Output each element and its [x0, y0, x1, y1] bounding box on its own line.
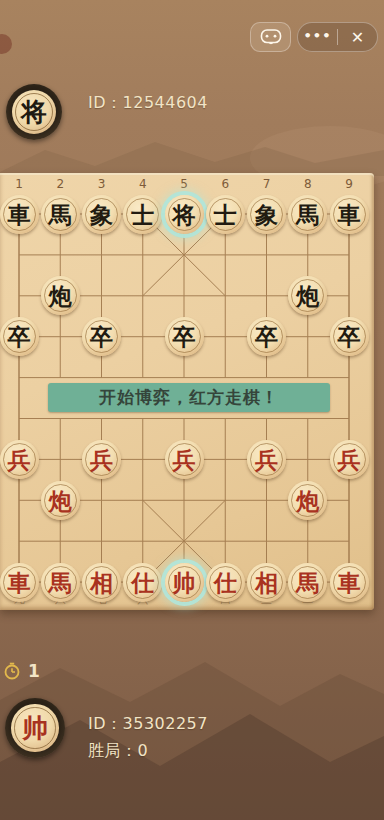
- piece-character: 卒: [90, 325, 113, 348]
- red-player-wins: 胜局：0: [88, 741, 148, 762]
- gamepad-icon: [260, 28, 282, 46]
- piece-black-5-0[interactable]: 将: [165, 195, 204, 234]
- piece-black-1-0[interactable]: 車: [0, 195, 39, 234]
- piece-character: 帅: [173, 571, 196, 594]
- piece-character: 馬: [296, 203, 319, 226]
- piece-character: 車: [8, 571, 31, 594]
- piece-red-4-9[interactable]: 仕: [123, 563, 162, 602]
- close-icon: ✕: [351, 28, 364, 47]
- more-button[interactable]: •••: [298, 21, 337, 53]
- piece-red-9-6[interactable]: 兵: [330, 440, 369, 479]
- clock-icon: [3, 662, 21, 680]
- app-screen: ••• ✕ 将 ID：12544604: [0, 0, 384, 820]
- piece-red-6-9[interactable]: 仕: [206, 563, 245, 602]
- piece-red-1-6[interactable]: 兵: [0, 440, 39, 479]
- piece-black-1-3[interactable]: 卒: [0, 317, 39, 356]
- xiangqi-board[interactable]: 123456789 九八七六五四三二一 車馬象士将士象馬車炮炮卒卒卒卒卒兵兵兵兵…: [0, 173, 374, 610]
- piece-red-5-6[interactable]: 兵: [165, 440, 204, 479]
- file-number-top: 1: [15, 177, 23, 191]
- piece-character: 炮: [296, 284, 319, 307]
- piece-character: 仕: [131, 571, 154, 594]
- piece-character: 卒: [255, 325, 278, 348]
- piece-red-1-9[interactable]: 車: [0, 563, 39, 602]
- piece-red-7-6[interactable]: 兵: [247, 440, 286, 479]
- piece-red-2-7[interactable]: 炮: [41, 481, 80, 520]
- file-number-top: 6: [221, 177, 229, 191]
- file-number-top: 8: [304, 177, 312, 191]
- piece-character: 相: [90, 571, 113, 594]
- piece-character: 炮: [296, 489, 319, 512]
- piece-red-7-9[interactable]: 相: [247, 563, 286, 602]
- piece-character: 車: [8, 203, 31, 226]
- piece-red-8-9[interactable]: 馬: [288, 563, 327, 602]
- piece-character: 相: [255, 571, 278, 594]
- file-number-top: 9: [345, 177, 353, 191]
- piece-black-9-3[interactable]: 卒: [330, 317, 369, 356]
- more-icon: •••: [304, 28, 332, 43]
- piece-character: 馬: [296, 571, 319, 594]
- game-start-banner: 开始博弈，红方走棋！: [48, 383, 330, 412]
- piece-character: 炮: [49, 489, 72, 512]
- piece-black-4-0[interactable]: 士: [123, 195, 162, 234]
- piece-black-3-3[interactable]: 卒: [82, 317, 121, 356]
- banner-text: 开始博弈，红方走棋！: [99, 386, 279, 409]
- file-number-top: 5: [180, 177, 188, 191]
- file-number-top: 2: [56, 177, 64, 191]
- piece-black-9-0[interactable]: 車: [330, 195, 369, 234]
- red-player-avatar: 帅: [5, 698, 65, 758]
- piece-character: 卒: [173, 325, 196, 348]
- piece-character: 兵: [338, 448, 361, 471]
- piece-black-2-0[interactable]: 馬: [41, 195, 80, 234]
- piece-character: 兵: [90, 448, 113, 471]
- piece-black-8-0[interactable]: 馬: [288, 195, 327, 234]
- game-center-button[interactable]: [250, 22, 291, 52]
- piece-character: 兵: [255, 448, 278, 471]
- piece-black-7-3[interactable]: 卒: [247, 317, 286, 356]
- piece-character: 将: [173, 203, 196, 226]
- piece-black-2-2[interactable]: 炮: [41, 276, 80, 315]
- piece-character: 仕: [214, 571, 237, 594]
- file-number-top: 4: [139, 177, 147, 191]
- black-player-avatar: 将: [6, 84, 62, 140]
- piece-character: 兵: [173, 448, 196, 471]
- black-avatar-piece: 将: [12, 90, 56, 134]
- close-button[interactable]: ✕: [338, 23, 377, 51]
- piece-character: 馬: [49, 571, 72, 594]
- piece-character: 卒: [338, 325, 361, 348]
- red-avatar-character: 帅: [22, 715, 48, 741]
- piece-red-3-9[interactable]: 相: [82, 563, 121, 602]
- piece-red-8-7[interactable]: 炮: [288, 481, 327, 520]
- piece-character: 車: [338, 571, 361, 594]
- piece-red-5-9[interactable]: 帅: [165, 563, 204, 602]
- red-player-id: ID：35302257: [88, 714, 208, 735]
- piece-character: 卒: [8, 325, 31, 348]
- black-player-id: ID：12544604: [88, 93, 208, 114]
- piece-character: 車: [338, 203, 361, 226]
- red-avatar-piece: 帅: [11, 704, 58, 751]
- file-number-top: 3: [98, 177, 106, 191]
- piece-red-9-9[interactable]: 車: [330, 563, 369, 602]
- piece-black-5-3[interactable]: 卒: [165, 317, 204, 356]
- piece-character: 象: [255, 203, 278, 226]
- piece-character: 士: [214, 203, 237, 226]
- move-timer: 1: [3, 661, 40, 681]
- piece-black-6-0[interactable]: 士: [206, 195, 245, 234]
- file-number-top: 7: [263, 177, 271, 191]
- piece-character: 象: [90, 203, 113, 226]
- piece-black-3-0[interactable]: 象: [82, 195, 121, 234]
- piece-black-7-0[interactable]: 象: [247, 195, 286, 234]
- piece-red-3-6[interactable]: 兵: [82, 440, 121, 479]
- piece-character: 炮: [49, 284, 72, 307]
- capsule-menu: ••• ✕: [297, 22, 378, 52]
- piece-character: 士: [131, 203, 154, 226]
- piece-red-2-9[interactable]: 馬: [41, 563, 80, 602]
- piece-character: 馬: [49, 203, 72, 226]
- black-avatar-character: 将: [21, 99, 47, 125]
- piece-character: 兵: [8, 448, 31, 471]
- move-timer-value: 1: [28, 661, 40, 681]
